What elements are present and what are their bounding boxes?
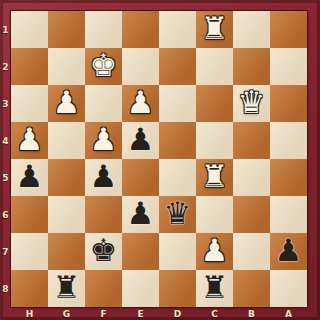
- file-label-d: D: [159, 307, 196, 320]
- square-d3[interactable]: [159, 85, 196, 122]
- rank-label-3: 3: [0, 85, 11, 122]
- square-d8[interactable]: [159, 270, 196, 307]
- square-h7[interactable]: [11, 233, 48, 270]
- square-e1[interactable]: [122, 11, 159, 48]
- square-e5[interactable]: [122, 159, 159, 196]
- square-c1[interactable]: ♜: [196, 11, 233, 48]
- square-d6[interactable]: ♛: [159, 196, 196, 233]
- piece-white-pawn[interactable]: ♟: [16, 124, 44, 155]
- square-h8[interactable]: [11, 270, 48, 307]
- square-g4[interactable]: [48, 122, 85, 159]
- square-g5[interactable]: [48, 159, 85, 196]
- square-b3[interactable]: ♛: [233, 85, 270, 122]
- square-f1[interactable]: [85, 11, 122, 48]
- square-g8[interactable]: ♜: [48, 270, 85, 307]
- square-c8[interactable]: ♜: [196, 270, 233, 307]
- rank-label-5: 5: [0, 159, 11, 196]
- square-f6[interactable]: [85, 196, 122, 233]
- file-label-g: G: [48, 307, 85, 320]
- piece-white-king[interactable]: ♚: [90, 50, 118, 81]
- file-label-b: B: [233, 307, 270, 320]
- square-h4[interactable]: ♟: [11, 122, 48, 159]
- square-f4[interactable]: ♟: [85, 122, 122, 159]
- square-e4[interactable]: ♟: [122, 122, 159, 159]
- rank-label-7: 7: [0, 233, 11, 270]
- piece-black-pawn[interactable]: ♟: [90, 161, 118, 192]
- square-b2[interactable]: [233, 48, 270, 85]
- square-g3[interactable]: ♟: [48, 85, 85, 122]
- square-f2[interactable]: ♚: [85, 48, 122, 85]
- square-e3[interactable]: ♟: [122, 85, 159, 122]
- square-d7[interactable]: [159, 233, 196, 270]
- file-label-c: C: [196, 307, 233, 320]
- piece-black-pawn[interactable]: ♟: [127, 124, 155, 155]
- piece-black-pawn[interactable]: ♟: [275, 235, 303, 266]
- square-c6[interactable]: [196, 196, 233, 233]
- square-a3[interactable]: [270, 85, 307, 122]
- square-h2[interactable]: [11, 48, 48, 85]
- rank-label-4: 4: [0, 122, 11, 159]
- piece-white-rook[interactable]: ♜: [201, 13, 229, 44]
- rank-label-8: 8: [0, 270, 11, 307]
- square-g1[interactable]: [48, 11, 85, 48]
- square-g6[interactable]: [48, 196, 85, 233]
- square-b1[interactable]: [233, 11, 270, 48]
- rank-label-2: 2: [0, 48, 11, 85]
- square-d2[interactable]: [159, 48, 196, 85]
- square-h5[interactable]: ♟: [11, 159, 48, 196]
- square-c4[interactable]: [196, 122, 233, 159]
- piece-black-rook[interactable]: ♜: [201, 272, 229, 303]
- square-h6[interactable]: [11, 196, 48, 233]
- square-a8[interactable]: [270, 270, 307, 307]
- square-b4[interactable]: [233, 122, 270, 159]
- file-label-a: A: [270, 307, 307, 320]
- file-label-h: H: [11, 307, 48, 320]
- square-b5[interactable]: [233, 159, 270, 196]
- chessboard-frame: 12345678 HGFEDCBA ♜♚♟♟♛♟♟♟♟♟♜♟♛♚♟♟♜♜: [0, 0, 320, 320]
- square-d4[interactable]: [159, 122, 196, 159]
- piece-black-queen[interactable]: ♛: [164, 198, 192, 229]
- square-h3[interactable]: [11, 85, 48, 122]
- square-g2[interactable]: [48, 48, 85, 85]
- file-label-f: F: [85, 307, 122, 320]
- square-c3[interactable]: [196, 85, 233, 122]
- piece-black-rook[interactable]: ♜: [53, 272, 81, 303]
- square-b6[interactable]: [233, 196, 270, 233]
- square-c5[interactable]: ♜: [196, 159, 233, 196]
- square-g7[interactable]: [48, 233, 85, 270]
- square-f3[interactable]: [85, 85, 122, 122]
- square-a7[interactable]: ♟: [270, 233, 307, 270]
- rank-label-6: 6: [0, 196, 11, 233]
- piece-white-pawn[interactable]: ♟: [90, 124, 118, 155]
- square-a4[interactable]: [270, 122, 307, 159]
- square-e8[interactable]: [122, 270, 159, 307]
- square-e6[interactable]: ♟: [122, 196, 159, 233]
- square-e2[interactable]: [122, 48, 159, 85]
- square-a2[interactable]: [270, 48, 307, 85]
- piece-black-pawn[interactable]: ♟: [127, 198, 155, 229]
- square-c7[interactable]: ♟: [196, 233, 233, 270]
- square-a5[interactable]: [270, 159, 307, 196]
- square-d5[interactable]: [159, 159, 196, 196]
- square-a1[interactable]: [270, 11, 307, 48]
- square-b8[interactable]: [233, 270, 270, 307]
- square-f7[interactable]: ♚: [85, 233, 122, 270]
- piece-black-king[interactable]: ♚: [90, 235, 118, 266]
- square-d1[interactable]: [159, 11, 196, 48]
- piece-white-pawn[interactable]: ♟: [201, 235, 229, 266]
- square-h1[interactable]: [11, 11, 48, 48]
- square-e7[interactable]: [122, 233, 159, 270]
- file-labels: HGFEDCBA: [11, 307, 307, 320]
- square-f8[interactable]: [85, 270, 122, 307]
- square-a6[interactable]: [270, 196, 307, 233]
- piece-white-pawn[interactable]: ♟: [53, 87, 81, 118]
- piece-white-rook[interactable]: ♜: [201, 161, 229, 192]
- square-f5[interactable]: ♟: [85, 159, 122, 196]
- rank-label-1: 1: [0, 11, 11, 48]
- rank-labels: 12345678: [0, 11, 11, 307]
- piece-white-queen[interactable]: ♛: [238, 87, 266, 118]
- square-b7[interactable]: [233, 233, 270, 270]
- piece-white-pawn[interactable]: ♟: [127, 87, 155, 118]
- file-label-e: E: [122, 307, 159, 320]
- chess-board: ♜♚♟♟♛♟♟♟♟♟♜♟♛♚♟♟♜♜: [11, 11, 307, 307]
- piece-black-pawn[interactable]: ♟: [16, 161, 44, 192]
- square-c2[interactable]: [196, 48, 233, 85]
